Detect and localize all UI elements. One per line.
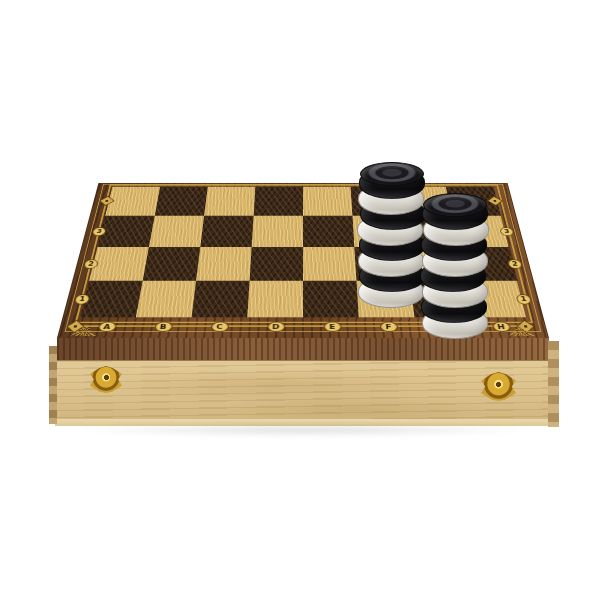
square-c4 (204, 187, 255, 216)
file-label-h: H (491, 322, 511, 332)
box-shadow (72, 423, 538, 437)
box-right-end (548, 341, 559, 427)
file-label-b: B (153, 322, 172, 332)
square-a3 (98, 216, 155, 247)
square-c3 (200, 216, 253, 247)
square-d2 (250, 247, 303, 281)
square-a2 (89, 247, 149, 281)
square-c2 (196, 247, 252, 281)
square-b4 (155, 187, 208, 216)
file-label-f: F (379, 322, 398, 332)
square-a1 (80, 281, 143, 318)
checker-stack-g1 (420, 192, 490, 342)
checker-top-face (360, 162, 424, 186)
box-left-end (49, 346, 57, 424)
checker-top-face (423, 193, 487, 217)
square-e2 (303, 247, 356, 281)
square-d1 (247, 281, 303, 318)
product-photo-scene: ABCDEFGH332211 (0, 0, 600, 600)
box-front-pine (55, 361, 551, 425)
file-label-a: A (97, 322, 117, 332)
checker-stack-f2 (357, 161, 427, 311)
square-e1 (303, 281, 359, 318)
square-b1 (136, 281, 196, 318)
latch-pin-icon (495, 381, 502, 388)
file-label-e: E (323, 322, 341, 332)
square-e4 (303, 187, 352, 216)
latch-pin-icon (103, 374, 110, 381)
file-label-d: D (267, 322, 285, 332)
square-d3 (252, 216, 303, 247)
file-label-c: C (210, 322, 229, 332)
square-c1 (192, 281, 250, 318)
square-b3 (149, 216, 204, 247)
square-d4 (254, 187, 303, 216)
square-e3 (303, 216, 354, 247)
square-b2 (143, 247, 201, 281)
